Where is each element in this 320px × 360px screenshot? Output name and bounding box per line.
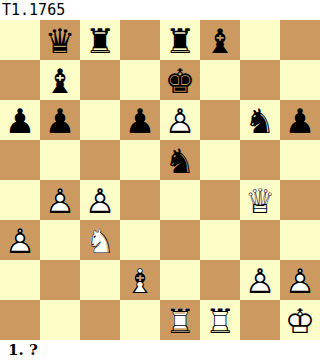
piece-black-pawn: ♟: [120, 100, 160, 140]
square-d7[interactable]: [120, 60, 160, 100]
square-h3[interactable]: [280, 220, 320, 260]
square-d4[interactable]: [120, 180, 160, 220]
piece-white-pawn-fill: ♟: [80, 180, 120, 220]
square-b6[interactable]: ♟: [40, 100, 80, 140]
square-c3[interactable]: ♞♘: [80, 220, 120, 260]
square-d3[interactable]: [120, 220, 160, 260]
square-g2[interactable]: ♟♙: [240, 260, 280, 300]
piece-white-rook-fill: ♜: [200, 300, 240, 340]
piece-white-pawn: ♙: [160, 100, 200, 140]
square-d8[interactable]: [120, 20, 160, 60]
square-h2[interactable]: ♟♙: [280, 260, 320, 300]
square-e6[interactable]: ♟♙: [160, 100, 200, 140]
piece-black-pawn: ♟: [0, 100, 40, 140]
square-b2[interactable]: [40, 260, 80, 300]
square-h5[interactable]: [280, 140, 320, 180]
square-c1[interactable]: [80, 300, 120, 340]
square-f3[interactable]: [200, 220, 240, 260]
square-f8[interactable]: ♝: [200, 20, 240, 60]
piece-white-pawn-fill: ♟: [280, 260, 320, 300]
piece-black-pawn: ♟: [40, 100, 80, 140]
piece-white-pawn: ♙: [40, 180, 80, 220]
piece-white-pawn: ♙: [80, 180, 120, 220]
square-a4[interactable]: [0, 180, 40, 220]
piece-white-king-fill: ♚: [280, 300, 320, 340]
square-a7[interactable]: [0, 60, 40, 100]
square-g7[interactable]: [240, 60, 280, 100]
square-e5[interactable]: ♞: [160, 140, 200, 180]
piece-black-pawn: ♟: [280, 100, 320, 140]
square-e1[interactable]: ♜♖: [160, 300, 200, 340]
piece-black-queen: ♛: [40, 20, 80, 60]
chess-board: ♛♜♜♝♝♚♟♟♟♟♙♞♟♞♟♙♟♙♛♕♟♙♞♘♝♗♟♙♟♙♜♖♜♖♚♔: [0, 20, 320, 340]
square-a6[interactable]: ♟: [0, 100, 40, 140]
piece-white-pawn: ♙: [0, 220, 40, 260]
square-b3[interactable]: [40, 220, 80, 260]
piece-white-bishop: ♗: [120, 260, 160, 300]
piece-black-bishop: ♝: [40, 60, 80, 100]
piece-black-bishop: ♝: [200, 20, 240, 60]
puzzle-id: T1.1765: [0, 0, 320, 20]
square-d1[interactable]: [120, 300, 160, 340]
square-b1[interactable]: [40, 300, 80, 340]
square-e3[interactable]: [160, 220, 200, 260]
square-e2[interactable]: [160, 260, 200, 300]
square-e8[interactable]: ♜: [160, 20, 200, 60]
square-h6[interactable]: ♟: [280, 100, 320, 140]
piece-white-rook-fill: ♜: [160, 300, 200, 340]
square-c6[interactable]: [80, 100, 120, 140]
square-a3[interactable]: ♟♙: [0, 220, 40, 260]
piece-white-pawn-fill: ♟: [160, 100, 200, 140]
square-d5[interactable]: [120, 140, 160, 180]
square-c8[interactable]: ♜: [80, 20, 120, 60]
square-f1[interactable]: ♜♖: [200, 300, 240, 340]
piece-black-king: ♚: [160, 60, 200, 100]
square-a2[interactable]: [0, 260, 40, 300]
square-f5[interactable]: [200, 140, 240, 180]
square-g6[interactable]: ♞: [240, 100, 280, 140]
piece-black-rook: ♜: [160, 20, 200, 60]
piece-white-pawn: ♙: [280, 260, 320, 300]
square-h1[interactable]: ♚♔: [280, 300, 320, 340]
square-a5[interactable]: [0, 140, 40, 180]
piece-white-pawn-fill: ♟: [0, 220, 40, 260]
square-g8[interactable]: [240, 20, 280, 60]
square-b7[interactable]: ♝: [40, 60, 80, 100]
square-b4[interactable]: ♟♙: [40, 180, 80, 220]
square-e7[interactable]: ♚: [160, 60, 200, 100]
piece-white-pawn-fill: ♟: [40, 180, 80, 220]
square-f2[interactable]: [200, 260, 240, 300]
square-d2[interactable]: ♝♗: [120, 260, 160, 300]
piece-white-knight: ♘: [80, 220, 120, 260]
square-d6[interactable]: ♟: [120, 100, 160, 140]
piece-white-pawn: ♙: [240, 260, 280, 300]
piece-white-queen: ♕: [240, 180, 280, 220]
square-e4[interactable]: [160, 180, 200, 220]
piece-black-knight: ♞: [160, 140, 200, 180]
square-c2[interactable]: [80, 260, 120, 300]
square-h7[interactable]: [280, 60, 320, 100]
square-c7[interactable]: [80, 60, 120, 100]
piece-white-rook: ♖: [160, 300, 200, 340]
square-c4[interactable]: ♟♙: [80, 180, 120, 220]
square-f7[interactable]: [200, 60, 240, 100]
piece-white-rook: ♖: [200, 300, 240, 340]
piece-white-bishop-fill: ♝: [120, 260, 160, 300]
square-g1[interactable]: [240, 300, 280, 340]
piece-black-rook: ♜: [80, 20, 120, 60]
piece-white-king: ♔: [280, 300, 320, 340]
square-h4[interactable]: [280, 180, 320, 220]
move-prompt: 1. ?: [0, 340, 320, 360]
square-b5[interactable]: [40, 140, 80, 180]
square-a8[interactable]: [0, 20, 40, 60]
square-h8[interactable]: [280, 20, 320, 60]
piece-white-queen-fill: ♛: [240, 180, 280, 220]
piece-black-knight: ♞: [240, 100, 280, 140]
square-b8[interactable]: ♛: [40, 20, 80, 60]
square-c5[interactable]: [80, 140, 120, 180]
square-g3[interactable]: [240, 220, 280, 260]
square-f4[interactable]: [200, 180, 240, 220]
square-g4[interactable]: ♛♕: [240, 180, 280, 220]
piece-white-knight-fill: ♞: [80, 220, 120, 260]
piece-white-pawn-fill: ♟: [240, 260, 280, 300]
square-a1[interactable]: [0, 300, 40, 340]
square-g5[interactable]: [240, 140, 280, 180]
square-f6[interactable]: [200, 100, 240, 140]
